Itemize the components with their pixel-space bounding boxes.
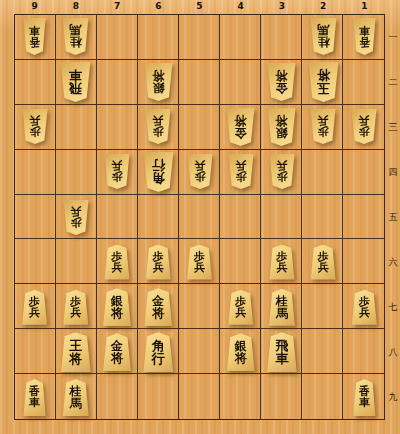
square-8-4[interactable] — [56, 150, 97, 195]
pawn-kanji: 歩兵 — [22, 290, 48, 325]
pawn-kanji: 歩兵 — [228, 154, 254, 189]
square-4-6[interactable] — [220, 239, 261, 284]
pawn-kanji: 歩兵 — [63, 290, 89, 325]
shogi-board-screenshot: 987654321一二三四五六七八九香車桂馬桂馬香車飛車銀将金将玉将歩兵歩兵金将… — [0, 0, 400, 434]
piece-sente-knight-89[interactable]: 桂馬 — [62, 379, 89, 416]
gold-kanji: 金将 — [226, 108, 255, 146]
rank-label-5: 五 — [386, 211, 400, 224]
piece-sente-gold-67[interactable]: 金将 — [144, 288, 173, 326]
silver-kanji: 銀将 — [144, 63, 173, 101]
piece-sente-pawn-26[interactable]: 歩兵 — [310, 245, 336, 280]
square-7-3[interactable] — [97, 105, 138, 150]
lance-kanji: 香車 — [353, 18, 376, 55]
square-5-9[interactable] — [179, 374, 220, 419]
rank-label-3: 三 — [386, 121, 400, 134]
piece-sente-pawn-76[interactable]: 歩兵 — [104, 245, 130, 280]
file-label-7: 7 — [96, 0, 137, 13]
square-9-6[interactable] — [15, 239, 56, 284]
piece-sente-bishop-68[interactable]: 角行 — [143, 332, 174, 372]
rank-label-6: 六 — [386, 256, 400, 269]
square-1-8[interactable] — [343, 329, 384, 374]
gold-kanji: 金将 — [144, 288, 173, 326]
square-8-6[interactable] — [56, 239, 97, 284]
square-9-4[interactable] — [15, 150, 56, 195]
piece-gote-pawn-34[interactable]: 歩兵 — [269, 154, 295, 189]
square-9-2[interactable] — [15, 60, 56, 105]
piece-gote-knight-81[interactable]: 桂馬 — [62, 18, 89, 55]
gold-kanji: 金将 — [267, 63, 296, 101]
piece-gote-pawn-85[interactable]: 歩兵 — [63, 200, 89, 235]
piece-gote-pawn-23[interactable]: 歩兵 — [310, 109, 336, 144]
square-1-2[interactable] — [343, 60, 384, 105]
square-6-5[interactable] — [138, 195, 179, 240]
piece-gote-pawn-63[interactable]: 歩兵 — [145, 109, 171, 144]
lance-kanji: 香車 — [23, 379, 46, 416]
pawn-kanji: 歩兵 — [351, 109, 377, 144]
file-label-9: 9 — [14, 0, 55, 13]
bishop-kanji: 角行 — [143, 332, 174, 372]
piece-gote-pawn-54[interactable]: 歩兵 — [187, 154, 213, 189]
piece-gote-silver-62[interactable]: 銀将 — [144, 63, 173, 101]
square-1-6[interactable] — [343, 239, 384, 284]
file-label-8: 8 — [55, 0, 96, 13]
pawn-kanji: 歩兵 — [351, 290, 377, 325]
knight-kanji: 桂馬 — [62, 18, 89, 55]
square-1-4[interactable] — [343, 150, 384, 195]
rank-label-7: 七 — [386, 301, 400, 314]
square-5-1[interactable] — [179, 15, 220, 60]
piece-sente-lance-99[interactable]: 香車 — [23, 379, 46, 416]
pawn-kanji: 歩兵 — [228, 290, 254, 325]
pawn-kanji: 歩兵 — [104, 154, 130, 189]
lance-kanji: 香車 — [353, 379, 376, 416]
piece-sente-pawn-17[interactable]: 歩兵 — [351, 290, 377, 325]
square-8-3[interactable] — [56, 105, 97, 150]
knight-kanji: 桂馬 — [310, 18, 337, 55]
piece-gote-silver-33[interactable]: 銀将 — [267, 108, 296, 146]
square-4-1[interactable] — [220, 15, 261, 60]
piece-sente-pawn-97[interactable]: 歩兵 — [22, 290, 48, 325]
piece-sente-pawn-87[interactable]: 歩兵 — [63, 290, 89, 325]
piece-sente-silver-77[interactable]: 銀将 — [103, 288, 132, 326]
square-5-5[interactable] — [179, 195, 220, 240]
square-2-4[interactable] — [302, 150, 343, 195]
piece-sente-gold-78[interactable]: 金将 — [103, 333, 132, 371]
file-label-3: 3 — [261, 0, 302, 13]
silver-kanji: 銀将 — [226, 333, 255, 371]
square-9-5[interactable] — [15, 195, 56, 240]
square-3-9[interactable] — [261, 374, 302, 419]
pawn-kanji: 歩兵 — [310, 109, 336, 144]
square-2-9[interactable] — [302, 374, 343, 419]
file-label-5: 5 — [179, 0, 220, 13]
knight-kanji: 桂馬 — [268, 289, 295, 326]
piece-sente-pawn-47[interactable]: 歩兵 — [228, 290, 254, 325]
piece-sente-silver-48[interactable]: 銀将 — [226, 333, 255, 371]
pawn-kanji: 歩兵 — [104, 245, 130, 280]
king-kanji: 玉将 — [308, 62, 339, 102]
square-7-2[interactable] — [97, 60, 138, 105]
piece-gote-lance-91[interactable]: 香車 — [23, 18, 46, 55]
square-2-8[interactable] — [302, 329, 343, 374]
pawn-kanji: 歩兵 — [187, 245, 213, 280]
pawn-kanji: 歩兵 — [145, 245, 171, 280]
piece-gote-bishop-64[interactable]: 角行 — [143, 152, 174, 192]
gold-kanji: 金将 — [103, 333, 132, 371]
piece-gote-gold-43[interactable]: 金将 — [226, 108, 255, 146]
knight-kanji: 桂馬 — [62, 379, 89, 416]
piece-gote-pawn-93[interactable]: 歩兵 — [22, 109, 48, 144]
piece-gote-pawn-44[interactable]: 歩兵 — [228, 154, 254, 189]
square-5-3[interactable] — [179, 105, 220, 150]
pawn-kanji: 歩兵 — [145, 109, 171, 144]
square-4-5[interactable] — [220, 195, 261, 240]
pawn-kanji: 歩兵 — [187, 154, 213, 189]
piece-sente-pawn-66[interactable]: 歩兵 — [145, 245, 171, 280]
pawn-kanji: 歩兵 — [310, 245, 336, 280]
piece-gote-knight-21[interactable]: 桂馬 — [310, 18, 337, 55]
bishop-kanji: 角行 — [143, 152, 174, 192]
piece-gote-pawn-13[interactable]: 歩兵 — [351, 109, 377, 144]
square-7-5[interactable] — [97, 195, 138, 240]
rank-label-1: 一 — [386, 31, 400, 44]
piece-gote-gold-32[interactable]: 金将 — [267, 63, 296, 101]
king-kanji: 王将 — [60, 332, 91, 372]
piece-sente-pawn-36[interactable]: 歩兵 — [269, 245, 295, 280]
square-3-5[interactable] — [261, 195, 302, 240]
piece-sente-pawn-56[interactable]: 歩兵 — [187, 245, 213, 280]
rook-kanji: 飛車 — [266, 332, 297, 372]
file-label-6: 6 — [138, 0, 179, 13]
silver-kanji: 銀将 — [267, 108, 296, 146]
rook-kanji: 飛車 — [60, 62, 91, 102]
rank-label-2: 二 — [386, 76, 400, 89]
square-7-1[interactable] — [97, 15, 138, 60]
piece-sente-lance-19[interactable]: 香車 — [353, 379, 376, 416]
square-5-8[interactable] — [179, 329, 220, 374]
lance-kanji: 香車 — [23, 18, 46, 55]
square-6-1[interactable] — [138, 15, 179, 60]
pawn-kanji: 歩兵 — [63, 200, 89, 235]
rank-label-8: 八 — [386, 346, 400, 359]
pawn-kanji: 歩兵 — [269, 245, 295, 280]
rank-label-4: 四 — [386, 166, 400, 179]
piece-gote-rook-82[interactable]: 飛車 — [60, 62, 91, 102]
piece-gote-pawn-74[interactable]: 歩兵 — [104, 154, 130, 189]
piece-sente-rook-38[interactable]: 飛車 — [266, 332, 297, 372]
piece-gote-king-22[interactable]: 玉将 — [308, 62, 339, 102]
square-6-9[interactable] — [138, 374, 179, 419]
pawn-kanji: 歩兵 — [22, 109, 48, 144]
pawn-kanji: 歩兵 — [269, 154, 295, 189]
square-4-9[interactable] — [220, 374, 261, 419]
file-label-1: 1 — [344, 0, 385, 13]
piece-sente-king-88[interactable]: 王将 — [60, 332, 91, 372]
file-label-2: 2 — [303, 0, 344, 13]
square-3-1[interactable] — [261, 15, 302, 60]
rank-label-9: 九 — [386, 391, 400, 404]
square-9-8[interactable] — [15, 329, 56, 374]
square-5-7[interactable] — [179, 284, 220, 329]
square-2-5[interactable] — [302, 195, 343, 240]
piece-gote-lance-11[interactable]: 香車 — [353, 18, 376, 55]
file-label-4: 4 — [220, 0, 261, 13]
square-5-2[interactable] — [179, 60, 220, 105]
square-7-9[interactable] — [97, 374, 138, 419]
square-1-5[interactable] — [343, 195, 384, 240]
square-2-7[interactable] — [302, 284, 343, 329]
square-4-2[interactable] — [220, 60, 261, 105]
piece-sente-knight-37[interactable]: 桂馬 — [268, 289, 295, 326]
silver-kanji: 銀将 — [103, 288, 132, 326]
